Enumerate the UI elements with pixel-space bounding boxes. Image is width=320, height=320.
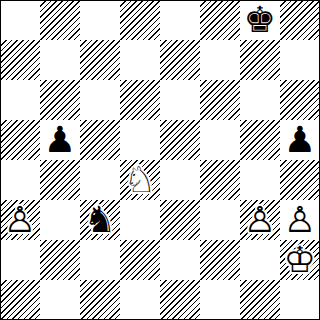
square-d2[interactable] (120, 240, 160, 280)
square-d6[interactable] (120, 80, 160, 120)
square-b7[interactable] (40, 40, 80, 80)
square-h7[interactable] (280, 40, 320, 80)
square-a3[interactable]: ♟♙ (0, 200, 40, 240)
piece-black-king-g8[interactable]: ♚♚ (240, 0, 280, 40)
square-f2[interactable] (200, 240, 240, 280)
square-b3[interactable] (40, 200, 80, 240)
square-a8[interactable] (0, 0, 40, 40)
black-pawn-icon: ♟ (280, 120, 320, 160)
square-f8[interactable] (200, 0, 240, 40)
square-f5[interactable] (200, 120, 240, 160)
square-e4[interactable] (160, 160, 200, 200)
square-f4[interactable] (200, 160, 240, 200)
square-d4[interactable]: ♞♘ (120, 160, 160, 200)
square-d1[interactable] (120, 280, 160, 320)
square-c3[interactable]: ♞♞ (80, 200, 120, 240)
square-b5[interactable]: ♟♟ (40, 120, 80, 160)
white-pawn-icon: ♙ (280, 200, 320, 240)
square-c8[interactable] (80, 0, 120, 40)
square-g4[interactable] (240, 160, 280, 200)
square-b4[interactable] (40, 160, 80, 200)
piece-white-king-h2[interactable]: ♚♔ (280, 240, 320, 280)
square-g6[interactable] (240, 80, 280, 120)
square-b6[interactable] (40, 80, 80, 120)
square-f6[interactable] (200, 80, 240, 120)
white-pawn-icon: ♙ (0, 200, 40, 240)
square-a7[interactable] (0, 40, 40, 80)
square-b8[interactable] (40, 0, 80, 40)
square-h5[interactable]: ♟♟ (280, 120, 320, 160)
piece-white-pawn-g3[interactable]: ♟♙ (240, 200, 280, 240)
square-c4[interactable] (80, 160, 120, 200)
white-pawn-icon: ♙ (240, 200, 280, 240)
square-h8[interactable] (280, 0, 320, 40)
piece-white-pawn-a3[interactable]: ♟♙ (0, 200, 40, 240)
square-a6[interactable] (0, 80, 40, 120)
square-e3[interactable] (160, 200, 200, 240)
square-g5[interactable] (240, 120, 280, 160)
square-d5[interactable] (120, 120, 160, 160)
square-c7[interactable] (80, 40, 120, 80)
square-c5[interactable] (80, 120, 120, 160)
piece-black-knight-c3[interactable]: ♞♞ (80, 200, 120, 240)
square-h1[interactable] (280, 280, 320, 320)
square-f3[interactable] (200, 200, 240, 240)
square-e7[interactable] (160, 40, 200, 80)
piece-black-pawn-b5[interactable]: ♟♟ (40, 120, 80, 160)
square-c2[interactable] (80, 240, 120, 280)
square-a2[interactable] (0, 240, 40, 280)
square-g8[interactable]: ♚♚ (240, 0, 280, 40)
square-d8[interactable] (120, 0, 160, 40)
piece-black-pawn-h5[interactable]: ♟♟ (280, 120, 320, 160)
square-d7[interactable] (120, 40, 160, 80)
black-pawn-icon: ♟ (40, 120, 80, 160)
square-a5[interactable] (0, 120, 40, 160)
square-h3[interactable]: ♟♙ (280, 200, 320, 240)
square-e8[interactable] (160, 0, 200, 40)
piece-white-pawn-h3[interactable]: ♟♙ (280, 200, 320, 240)
square-f1[interactable] (200, 280, 240, 320)
square-e5[interactable] (160, 120, 200, 160)
white-king-icon: ♔ (280, 240, 320, 280)
square-h2[interactable]: ♚♔ (280, 240, 320, 280)
square-e6[interactable] (160, 80, 200, 120)
square-c1[interactable] (80, 280, 120, 320)
black-king-icon: ♚ (240, 0, 280, 40)
square-d3[interactable] (120, 200, 160, 240)
square-h4[interactable] (280, 160, 320, 200)
square-b2[interactable] (40, 240, 80, 280)
square-g3[interactable]: ♟♙ (240, 200, 280, 240)
chess-board: ♚♚♟♟♟♟♞♘♟♙♞♞♟♙♟♙♚♔ (0, 0, 320, 320)
square-g7[interactable] (240, 40, 280, 80)
square-h6[interactable] (280, 80, 320, 120)
square-e1[interactable] (160, 280, 200, 320)
black-knight-icon: ♞ (80, 200, 120, 240)
square-f7[interactable] (200, 40, 240, 80)
white-knight-icon: ♘ (120, 160, 160, 200)
square-c6[interactable] (80, 80, 120, 120)
square-a4[interactable] (0, 160, 40, 200)
piece-white-knight-d4[interactable]: ♞♘ (120, 160, 160, 200)
square-b1[interactable] (40, 280, 80, 320)
square-e2[interactable] (160, 240, 200, 280)
square-a1[interactable] (0, 280, 40, 320)
square-g1[interactable] (240, 280, 280, 320)
square-g2[interactable] (240, 240, 280, 280)
